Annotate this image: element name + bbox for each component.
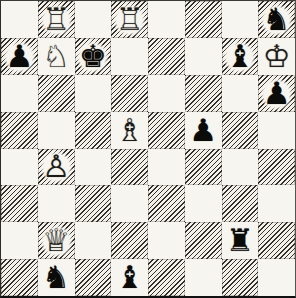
- square-c6[interactable]: [75, 75, 112, 112]
- square-h5[interactable]: [258, 112, 295, 149]
- black-king-c7[interactable]: ♚: [75, 39, 110, 74]
- square-a8[interactable]: [1, 1, 38, 38]
- square-e5[interactable]: [148, 112, 185, 149]
- square-e3[interactable]: [148, 185, 185, 222]
- black-bishop-g7[interactable]: ♝: [222, 39, 257, 74]
- black-knight-h8[interactable]: ♞: [259, 2, 294, 37]
- square-d7[interactable]: [111, 38, 148, 75]
- square-h7[interactable]: ♔: [258, 38, 295, 75]
- square-a5[interactable]: [1, 112, 38, 149]
- square-e7[interactable]: [148, 38, 185, 75]
- square-b4[interactable]: ♙: [38, 149, 75, 186]
- white-bishop-d5[interactable]: ♗: [112, 113, 147, 148]
- black-pawn-a7[interactable]: ♟: [2, 39, 37, 74]
- square-c1[interactable]: [75, 259, 112, 296]
- square-c8[interactable]: [75, 1, 112, 38]
- square-c4[interactable]: [75, 149, 112, 186]
- square-g6[interactable]: [222, 75, 259, 112]
- square-d1[interactable]: ♝: [111, 259, 148, 296]
- square-a7[interactable]: ♟: [1, 38, 38, 75]
- square-h8[interactable]: ♞: [258, 1, 295, 38]
- square-g2[interactable]: ♜: [222, 222, 259, 259]
- square-a1[interactable]: [1, 259, 38, 296]
- square-b3[interactable]: [38, 185, 75, 222]
- square-a3[interactable]: [1, 185, 38, 222]
- black-pawn-f5[interactable]: ♟: [186, 113, 221, 148]
- square-c7[interactable]: ♚: [75, 38, 112, 75]
- square-h6[interactable]: ♟: [258, 75, 295, 112]
- black-pawn-h6[interactable]: ♟: [259, 76, 294, 111]
- white-king-h7[interactable]: ♔: [259, 39, 294, 74]
- chess-board: ♖♖♞♟♘♚♝♔♟♗♟♙♕♜♞♝: [1, 1, 295, 296]
- white-rook-d8[interactable]: ♖: [112, 2, 147, 37]
- square-b8[interactable]: ♖: [38, 1, 75, 38]
- square-g4[interactable]: [222, 149, 259, 186]
- square-d3[interactable]: [111, 185, 148, 222]
- square-d6[interactable]: [111, 75, 148, 112]
- square-f1[interactable]: [185, 259, 222, 296]
- square-f7[interactable]: [185, 38, 222, 75]
- square-c3[interactable]: [75, 185, 112, 222]
- square-h3[interactable]: [258, 185, 295, 222]
- square-b7[interactable]: ♘: [38, 38, 75, 75]
- white-rook-b8[interactable]: ♖: [39, 2, 74, 37]
- square-a2[interactable]: [1, 222, 38, 259]
- square-f8[interactable]: [185, 1, 222, 38]
- white-knight-b7[interactable]: ♘: [39, 39, 74, 74]
- square-e8[interactable]: [148, 1, 185, 38]
- square-d2[interactable]: [111, 222, 148, 259]
- square-g7[interactable]: ♝: [222, 38, 259, 75]
- chess-diagram: ♖♖♞♟♘♚♝♔♟♗♟♙♕♜♞♝: [0, 0, 296, 298]
- square-f4[interactable]: [185, 149, 222, 186]
- square-b1[interactable]: ♞: [38, 259, 75, 296]
- black-rook-g2[interactable]: ♜: [222, 223, 257, 258]
- square-f6[interactable]: [185, 75, 222, 112]
- square-c5[interactable]: [75, 112, 112, 149]
- black-bishop-d1[interactable]: ♝: [112, 260, 147, 295]
- square-h1[interactable]: [258, 259, 295, 296]
- square-b6[interactable]: [38, 75, 75, 112]
- square-e2[interactable]: [148, 222, 185, 259]
- white-pawn-b4[interactable]: ♙: [39, 149, 74, 184]
- square-f3[interactable]: [185, 185, 222, 222]
- square-h4[interactable]: [258, 149, 295, 186]
- square-f2[interactable]: [185, 222, 222, 259]
- square-b2[interactable]: ♕: [38, 222, 75, 259]
- square-b5[interactable]: [38, 112, 75, 149]
- square-g8[interactable]: [222, 1, 259, 38]
- square-c2[interactable]: [75, 222, 112, 259]
- square-d8[interactable]: ♖: [111, 1, 148, 38]
- square-e6[interactable]: [148, 75, 185, 112]
- black-knight-b1[interactable]: ♞: [39, 260, 74, 295]
- square-h2[interactable]: [258, 222, 295, 259]
- square-g5[interactable]: [222, 112, 259, 149]
- square-e4[interactable]: [148, 149, 185, 186]
- square-f5[interactable]: ♟: [185, 112, 222, 149]
- square-g3[interactable]: [222, 185, 259, 222]
- square-d5[interactable]: ♗: [111, 112, 148, 149]
- square-a6[interactable]: [1, 75, 38, 112]
- white-queen-b2[interactable]: ♕: [39, 223, 74, 258]
- square-g1[interactable]: [222, 259, 259, 296]
- square-e1[interactable]: [148, 259, 185, 296]
- square-a4[interactable]: [1, 149, 38, 186]
- square-d4[interactable]: [111, 149, 148, 186]
